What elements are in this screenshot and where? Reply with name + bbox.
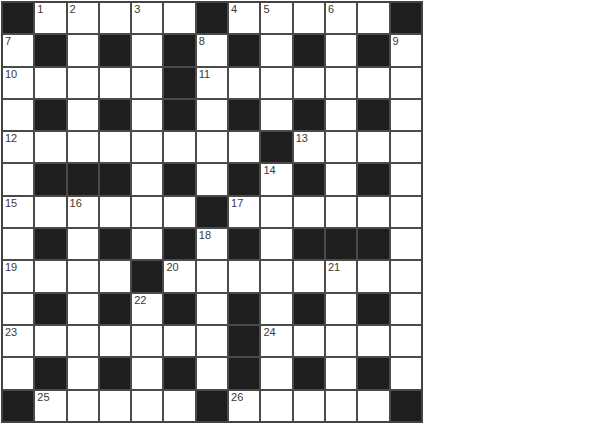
clue-number-18: 18: [199, 229, 211, 242]
cell-r10c6[interactable]: [197, 326, 227, 356]
block-cell-r5c5: [164, 164, 194, 194]
cell-r0c7[interactable]: 4: [229, 3, 259, 33]
cell-r2c1[interactable]: [35, 68, 65, 98]
crossword-grid: 1234567891011121314151617181920212223242…: [1, 1, 423, 423]
cell-r0c5[interactable]: [164, 3, 194, 33]
cell-r11c6[interactable]: [197, 358, 227, 388]
block-cell-r5c9: [294, 164, 324, 194]
cell-r12c2[interactable]: [68, 391, 98, 421]
cell-r3c8[interactable]: [261, 100, 291, 130]
cell-r10c2[interactable]: [68, 326, 98, 356]
cell-r2c8[interactable]: [261, 68, 291, 98]
cell-r12c1[interactable]: 25: [35, 391, 65, 421]
cell-r8c11[interactable]: [358, 261, 388, 291]
cell-r0c4[interactable]: 3: [132, 3, 162, 33]
cell-r5c8[interactable]: 14: [261, 164, 291, 194]
cell-r0c11[interactable]: [358, 3, 388, 33]
clue-number-25: 25: [37, 391, 49, 404]
cell-r9c10[interactable]: [326, 294, 356, 324]
cell-r12c11[interactable]: [358, 391, 388, 421]
cell-r8c6[interactable]: [197, 261, 227, 291]
clue-number-22: 22: [134, 294, 146, 307]
block-cell-r7c10: [326, 229, 356, 259]
cell-r4c6[interactable]: [197, 132, 227, 162]
clue-number-7: 7: [5, 35, 11, 48]
cell-r7c2[interactable]: [68, 229, 98, 259]
clue-number-16: 16: [70, 197, 82, 210]
cell-r12c10[interactable]: [326, 391, 356, 421]
cell-r4c2[interactable]: [68, 132, 98, 162]
cell-r2c9[interactable]: [294, 68, 324, 98]
cell-r8c5[interactable]: 20: [164, 261, 194, 291]
cell-r0c3[interactable]: [100, 3, 130, 33]
clue-number-21: 21: [328, 261, 340, 274]
cell-r5c0[interactable]: [3, 164, 33, 194]
block-cell-r3c1: [35, 100, 65, 130]
cell-r3c12[interactable]: [391, 100, 421, 130]
cell-r6c4[interactable]: [132, 197, 162, 227]
cell-r6c9[interactable]: [294, 197, 324, 227]
block-cell-r5c3: [100, 164, 130, 194]
cell-r9c12[interactable]: [391, 294, 421, 324]
block-cell-r9c3: [100, 294, 130, 324]
cell-r0c10[interactable]: 6: [326, 3, 356, 33]
cell-r6c0[interactable]: 15: [3, 197, 33, 227]
block-cell-r9c11: [358, 294, 388, 324]
cell-r9c4[interactable]: 22: [132, 294, 162, 324]
cell-r1c2[interactable]: [68, 35, 98, 65]
cell-r2c11[interactable]: [358, 68, 388, 98]
cell-r8c3[interactable]: [100, 261, 130, 291]
clue-number-26: 26: [231, 391, 243, 404]
cell-r10c8[interactable]: 24: [261, 326, 291, 356]
cell-r11c4[interactable]: [132, 358, 162, 388]
block-cell-r7c7: [229, 229, 259, 259]
cell-r8c12[interactable]: [391, 261, 421, 291]
cell-r6c7[interactable]: 17: [229, 197, 259, 227]
block-cell-r11c3: [100, 358, 130, 388]
cell-r4c3[interactable]: [100, 132, 130, 162]
cell-r4c10[interactable]: [326, 132, 356, 162]
block-cell-r0c6: [197, 3, 227, 33]
block-cell-r6c6: [197, 197, 227, 227]
cell-r4c9[interactable]: 13: [294, 132, 324, 162]
cell-r5c12[interactable]: [391, 164, 421, 194]
cell-r8c9[interactable]: [294, 261, 324, 291]
block-cell-r11c11: [358, 358, 388, 388]
cell-r8c1[interactable]: [35, 261, 65, 291]
clue-number-17: 17: [231, 197, 243, 210]
cell-r6c8[interactable]: [261, 197, 291, 227]
cell-r4c7[interactable]: [229, 132, 259, 162]
block-cell-r11c9: [294, 358, 324, 388]
cell-r7c12[interactable]: [391, 229, 421, 259]
cell-r10c9[interactable]: [294, 326, 324, 356]
cell-r2c0[interactable]: 10: [3, 68, 33, 98]
cell-r11c8[interactable]: [261, 358, 291, 388]
cell-r12c7[interactable]: 26: [229, 391, 259, 421]
cell-r8c7[interactable]: [229, 261, 259, 291]
cell-r4c12[interactable]: [391, 132, 421, 162]
cell-r6c10[interactable]: [326, 197, 356, 227]
block-cell-r9c5: [164, 294, 194, 324]
cell-r2c6[interactable]: 11: [197, 68, 227, 98]
cell-r9c0[interactable]: [3, 294, 33, 324]
cell-r3c0[interactable]: [3, 100, 33, 130]
block-cell-r7c5: [164, 229, 194, 259]
clue-number-6: 6: [328, 3, 334, 16]
cell-r10c11[interactable]: [358, 326, 388, 356]
cell-r12c3[interactable]: [100, 391, 130, 421]
cell-r1c6[interactable]: 8: [197, 35, 227, 65]
page-background: 1234567891011121314151617181920212223242…: [0, 0, 601, 427]
clue-number-12: 12: [5, 132, 17, 145]
cell-r10c4[interactable]: [132, 326, 162, 356]
block-cell-r3c7: [229, 100, 259, 130]
block-cell-r1c11: [358, 35, 388, 65]
block-cell-r7c11: [358, 229, 388, 259]
cell-r7c4[interactable]: [132, 229, 162, 259]
block-cell-r8c4: [132, 261, 162, 291]
cell-r6c1[interactable]: [35, 197, 65, 227]
clue-number-3: 3: [134, 3, 140, 16]
block-cell-r3c9: [294, 100, 324, 130]
cell-r7c8[interactable]: [261, 229, 291, 259]
cell-r2c4[interactable]: [132, 68, 162, 98]
clue-number-1: 1: [37, 3, 43, 16]
cell-r0c9[interactable]: [294, 3, 324, 33]
block-cell-r5c7: [229, 164, 259, 194]
cell-r11c10[interactable]: [326, 358, 356, 388]
cell-r3c10[interactable]: [326, 100, 356, 130]
block-cell-r7c9: [294, 229, 324, 259]
cell-r1c8[interactable]: [261, 35, 291, 65]
cell-r4c1[interactable]: [35, 132, 65, 162]
cell-r6c3[interactable]: [100, 197, 130, 227]
clue-number-8: 8: [199, 35, 205, 48]
cell-r0c2[interactable]: 2: [68, 3, 98, 33]
cell-r10c10[interactable]: [326, 326, 356, 356]
cell-r1c10[interactable]: [326, 35, 356, 65]
block-cell-r2c5: [164, 68, 194, 98]
block-cell-r12c0: [3, 391, 33, 421]
block-cell-r11c7: [229, 358, 259, 388]
cell-r11c12[interactable]: [391, 358, 421, 388]
block-cell-r1c3: [100, 35, 130, 65]
clue-number-20: 20: [166, 261, 178, 274]
block-cell-r4c8: [261, 132, 291, 162]
cell-r7c0[interactable]: [3, 229, 33, 259]
cell-r5c10[interactable]: [326, 164, 356, 194]
block-cell-r1c5: [164, 35, 194, 65]
clue-number-13: 13: [296, 132, 308, 145]
cell-r4c5[interactable]: [164, 132, 194, 162]
cell-r4c4[interactable]: [132, 132, 162, 162]
cell-r10c1[interactable]: [35, 326, 65, 356]
cell-r11c2[interactable]: [68, 358, 98, 388]
cell-r9c6[interactable]: [197, 294, 227, 324]
block-cell-r11c5: [164, 358, 194, 388]
clue-number-2: 2: [70, 3, 76, 16]
block-cell-r9c7: [229, 294, 259, 324]
cell-r12c5[interactable]: [164, 391, 194, 421]
cell-r6c5[interactable]: [164, 197, 194, 227]
clue-number-4: 4: [231, 3, 237, 16]
block-cell-r5c2: [68, 164, 98, 194]
cell-r12c4[interactable]: [132, 391, 162, 421]
clue-number-23: 23: [5, 326, 17, 339]
clue-number-19: 19: [5, 261, 17, 274]
cell-r2c12[interactable]: [391, 68, 421, 98]
cell-r5c6[interactable]: [197, 164, 227, 194]
cell-r3c6[interactable]: [197, 100, 227, 130]
cell-r8c0[interactable]: 19: [3, 261, 33, 291]
block-cell-r0c12: [391, 3, 421, 33]
clue-number-24: 24: [263, 326, 275, 339]
block-cell-r12c12: [391, 391, 421, 421]
cell-r1c12[interactable]: 9: [391, 35, 421, 65]
cell-r12c9[interactable]: [294, 391, 324, 421]
block-cell-r9c9: [294, 294, 324, 324]
clue-number-15: 15: [5, 197, 17, 210]
cell-r0c1[interactable]: 1: [35, 3, 65, 33]
cell-r2c10[interactable]: [326, 68, 356, 98]
clue-number-14: 14: [263, 164, 275, 177]
cell-r11c0[interactable]: [3, 358, 33, 388]
clue-number-5: 5: [263, 3, 269, 16]
cell-r2c2[interactable]: [68, 68, 98, 98]
block-cell-r3c11: [358, 100, 388, 130]
block-cell-r1c7: [229, 35, 259, 65]
block-cell-r9c1: [35, 294, 65, 324]
cell-r10c3[interactable]: [100, 326, 130, 356]
block-cell-r7c1: [35, 229, 65, 259]
cell-r2c3[interactable]: [100, 68, 130, 98]
block-cell-r5c1: [35, 164, 65, 194]
clue-number-9: 9: [393, 35, 399, 48]
cell-r4c11[interactable]: [358, 132, 388, 162]
block-cell-r5c11: [358, 164, 388, 194]
block-cell-r11c1: [35, 358, 65, 388]
cell-r8c8[interactable]: [261, 261, 291, 291]
clue-number-11: 11: [199, 68, 210, 81]
block-cell-r3c3: [100, 100, 130, 130]
cell-r3c2[interactable]: [68, 100, 98, 130]
cell-r2c7[interactable]: [229, 68, 259, 98]
cell-r10c0[interactable]: 23: [3, 326, 33, 356]
cell-r1c0[interactable]: 7: [3, 35, 33, 65]
cell-r8c2[interactable]: [68, 261, 98, 291]
cell-r8c10[interactable]: 21: [326, 261, 356, 291]
cell-r7c6[interactable]: 18: [197, 229, 227, 259]
cell-r4c0[interactable]: 12: [3, 132, 33, 162]
clue-number-10: 10: [5, 68, 17, 81]
cell-r5c4[interactable]: [132, 164, 162, 194]
block-cell-r7c3: [100, 229, 130, 259]
cell-r6c11[interactable]: [358, 197, 388, 227]
block-cell-r3c5: [164, 100, 194, 130]
cell-r6c2[interactable]: 16: [68, 197, 98, 227]
cell-r10c5[interactable]: [164, 326, 194, 356]
cell-r10c12[interactable]: [391, 326, 421, 356]
cell-r3c4[interactable]: [132, 100, 162, 130]
block-cell-r1c1: [35, 35, 65, 65]
block-cell-r0c0: [3, 3, 33, 33]
cell-r12c8[interactable]: [261, 391, 291, 421]
cell-r6c12[interactable]: [391, 197, 421, 227]
cell-r1c4[interactable]: [132, 35, 162, 65]
cell-r9c8[interactable]: [261, 294, 291, 324]
block-cell-r12c6: [197, 391, 227, 421]
block-cell-r1c9: [294, 35, 324, 65]
cell-r9c2[interactable]: [68, 294, 98, 324]
block-cell-r10c7: [229, 326, 259, 356]
cell-r0c8[interactable]: 5: [261, 3, 291, 33]
